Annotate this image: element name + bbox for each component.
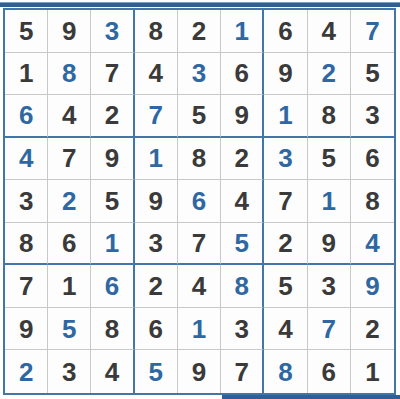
cell-r5c7[interactable]: 7: [264, 180, 307, 223]
cell-r6c8[interactable]: 9: [308, 223, 351, 266]
cell-r7c3[interactable]: 6: [91, 265, 134, 308]
cell-r5c2[interactable]: 2: [48, 180, 91, 223]
cell-r5c5[interactable]: 6: [178, 180, 221, 223]
cell-r7c6[interactable]: 8: [221, 265, 264, 308]
cell-r1c4[interactable]: 8: [135, 10, 178, 53]
cell-r4c8[interactable]: 5: [308, 138, 351, 181]
cell-r1c7[interactable]: 6: [264, 10, 307, 53]
cell-r2c7[interactable]: 9: [264, 53, 307, 96]
sudoku-page: 5938216471874369256427591834791823563259…: [0, 0, 400, 399]
cell-r5c8[interactable]: 1: [308, 180, 351, 223]
cell-r9c1[interactable]: 2: [5, 350, 48, 393]
cell-r9c6[interactable]: 7: [221, 350, 264, 393]
cell-r1c2[interactable]: 9: [48, 10, 91, 53]
cell-r9c2[interactable]: 3: [48, 350, 91, 393]
cell-r6c2[interactable]: 6: [48, 223, 91, 266]
cell-r3c5[interactable]: 5: [178, 95, 221, 138]
cell-r6c7[interactable]: 2: [264, 223, 307, 266]
cell-r9c4[interactable]: 5: [135, 350, 178, 393]
cell-r2c9[interactable]: 5: [351, 53, 394, 96]
cell-r4c6[interactable]: 2: [221, 138, 264, 181]
cell-r7c5[interactable]: 4: [178, 265, 221, 308]
cell-r9c8[interactable]: 6: [308, 350, 351, 393]
cell-r8c7[interactable]: 4: [264, 308, 307, 351]
cell-r3c2[interactable]: 4: [48, 95, 91, 138]
cell-r9c3[interactable]: 4: [91, 350, 134, 393]
cell-r3c8[interactable]: 8: [308, 95, 351, 138]
cell-r1c5[interactable]: 2: [178, 10, 221, 53]
cell-r1c3[interactable]: 3: [91, 10, 134, 53]
cell-r7c7[interactable]: 5: [264, 265, 307, 308]
bottom-partial-ui-bar: [222, 395, 400, 399]
cell-r4c7[interactable]: 3: [264, 138, 307, 181]
cell-r3c9[interactable]: 3: [351, 95, 394, 138]
cell-r7c8[interactable]: 3: [308, 265, 351, 308]
cell-r7c1[interactable]: 7: [5, 265, 48, 308]
cell-r8c2[interactable]: 5: [48, 308, 91, 351]
cell-r8c1[interactable]: 9: [5, 308, 48, 351]
cell-r6c1[interactable]: 8: [5, 223, 48, 266]
cell-r5c6[interactable]: 4: [221, 180, 264, 223]
cell-r4c4[interactable]: 1: [135, 138, 178, 181]
cell-r6c9[interactable]: 4: [351, 223, 394, 266]
cell-r8c4[interactable]: 6: [135, 308, 178, 351]
cell-r7c2[interactable]: 1: [48, 265, 91, 308]
cell-r2c1[interactable]: 1: [5, 53, 48, 96]
cell-r8c5[interactable]: 1: [178, 308, 221, 351]
cell-r8c9[interactable]: 2: [351, 308, 394, 351]
cell-r6c5[interactable]: 7: [178, 223, 221, 266]
cell-r6c3[interactable]: 1: [91, 223, 134, 266]
cell-r4c2[interactable]: 7: [48, 138, 91, 181]
sudoku-board: 5938216471874369256427591834791823563259…: [3, 8, 396, 395]
cell-r2c5[interactable]: 3: [178, 53, 221, 96]
cell-r5c1[interactable]: 3: [5, 180, 48, 223]
cell-r1c6[interactable]: 1: [221, 10, 264, 53]
cell-r5c3[interactable]: 5: [91, 180, 134, 223]
cell-r4c3[interactable]: 9: [91, 138, 134, 181]
cell-r9c9[interactable]: 1: [351, 350, 394, 393]
cell-r8c8[interactable]: 7: [308, 308, 351, 351]
top-partial-ui-bar: [0, 2, 400, 7]
cell-r3c1[interactable]: 6: [5, 95, 48, 138]
cell-r4c5[interactable]: 8: [178, 138, 221, 181]
cell-r7c4[interactable]: 2: [135, 265, 178, 308]
cell-r3c3[interactable]: 2: [91, 95, 134, 138]
cell-r7c9[interactable]: 9: [351, 265, 394, 308]
cell-r5c9[interactable]: 8: [351, 180, 394, 223]
cell-r1c1[interactable]: 5: [5, 10, 48, 53]
cell-r8c3[interactable]: 8: [91, 308, 134, 351]
cell-r4c1[interactable]: 4: [5, 138, 48, 181]
cell-r6c4[interactable]: 3: [135, 223, 178, 266]
cell-r2c6[interactable]: 6: [221, 53, 264, 96]
cell-r4c9[interactable]: 6: [351, 138, 394, 181]
cell-r8c6[interactable]: 3: [221, 308, 264, 351]
cell-r3c7[interactable]: 1: [264, 95, 307, 138]
cell-r3c4[interactable]: 7: [135, 95, 178, 138]
cell-r2c8[interactable]: 2: [308, 53, 351, 96]
cell-r2c2[interactable]: 8: [48, 53, 91, 96]
cell-r9c7[interactable]: 8: [264, 350, 307, 393]
cell-r9c5[interactable]: 9: [178, 350, 221, 393]
cell-r5c4[interactable]: 9: [135, 180, 178, 223]
cell-r2c4[interactable]: 4: [135, 53, 178, 96]
cell-r2c3[interactable]: 7: [91, 53, 134, 96]
cell-r3c6[interactable]: 9: [221, 95, 264, 138]
cell-r1c9[interactable]: 7: [351, 10, 394, 53]
cell-r6c6[interactable]: 5: [221, 223, 264, 266]
cell-r1c8[interactable]: 4: [308, 10, 351, 53]
